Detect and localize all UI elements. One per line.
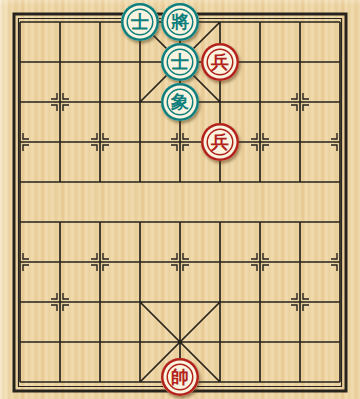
piece-red-soldier[interactable]: 兵 — [201, 123, 239, 161]
piece-red-soldier[interactable]: 兵 — [201, 43, 239, 81]
piece-red-general[interactable]: 帥 — [161, 358, 199, 396]
piece-black-advisor[interactable]: 士 — [121, 3, 159, 41]
piece-black-elephant[interactable]: 象 — [161, 83, 199, 121]
piece-black-advisor[interactable]: 士 — [161, 43, 199, 81]
piece-black-general[interactable]: 將 — [161, 3, 199, 41]
xiangqi-board[interactable]: 士將士兵象兵帥 — [0, 2, 360, 399]
xiangqi-app: 士將士兵象兵帥 — [0, 0, 360, 399]
